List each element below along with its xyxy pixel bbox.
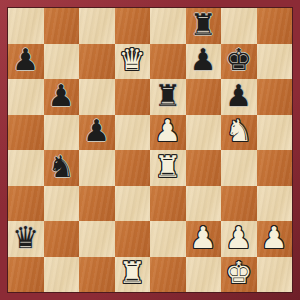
square-h2[interactable]: ♟ [257,221,293,257]
square-b4[interactable]: ♞ [44,150,80,186]
white-rook-e4: ♜ [154,152,181,182]
square-d4[interactable] [115,150,151,186]
square-b2[interactable] [44,221,80,257]
square-e3[interactable] [150,186,186,222]
square-g3[interactable] [221,186,257,222]
square-a7[interactable]: ♟ [8,44,44,80]
square-a3[interactable] [8,186,44,222]
square-f6[interactable] [186,79,222,115]
square-g7[interactable]: ♚ [221,44,257,80]
square-e6[interactable]: ♜ [150,79,186,115]
square-h7[interactable] [257,44,293,80]
square-h1[interactable] [257,257,293,293]
square-c4[interactable] [79,150,115,186]
white-king-g1: ♚ [225,258,252,288]
square-b3[interactable] [44,186,80,222]
square-c8[interactable] [79,8,115,44]
square-d7[interactable]: ♛ [115,44,151,80]
square-a2[interactable]: ♛ [8,221,44,257]
square-c3[interactable] [79,186,115,222]
square-d3[interactable] [115,186,151,222]
black-pawn-f7: ♟ [190,45,217,75]
black-pawn-b6: ♟ [48,81,75,111]
board-frame: ♜♟♛♟♚♟♜♟♟♟♞♞♜♛♟♟♟♜♚ [0,0,300,300]
square-d6[interactable] [115,79,151,115]
black-rook-e6: ♜ [154,81,181,111]
square-h6[interactable] [257,79,293,115]
square-e2[interactable] [150,221,186,257]
square-h5[interactable] [257,115,293,151]
square-f8[interactable]: ♜ [186,8,222,44]
square-h3[interactable] [257,186,293,222]
square-h8[interactable] [257,8,293,44]
square-e7[interactable] [150,44,186,80]
square-a6[interactable] [8,79,44,115]
square-c5[interactable]: ♟ [79,115,115,151]
square-g8[interactable] [221,8,257,44]
white-pawn-h2: ♟ [261,223,288,253]
square-b1[interactable] [44,257,80,293]
square-d1[interactable]: ♜ [115,257,151,293]
black-rook-f8: ♜ [190,10,217,40]
white-pawn-g2: ♟ [225,223,252,253]
white-knight-g5: ♞ [225,116,252,146]
square-a4[interactable] [8,150,44,186]
square-g5[interactable]: ♞ [221,115,257,151]
square-g6[interactable]: ♟ [221,79,257,115]
square-e8[interactable] [150,8,186,44]
square-e5[interactable]: ♟ [150,115,186,151]
square-a8[interactable] [8,8,44,44]
square-b5[interactable] [44,115,80,151]
square-b6[interactable]: ♟ [44,79,80,115]
square-c2[interactable] [79,221,115,257]
square-e1[interactable] [150,257,186,293]
square-d2[interactable] [115,221,151,257]
white-queen-d7: ♛ [119,45,146,75]
black-king-g7: ♚ [225,45,252,75]
square-e4[interactable]: ♜ [150,150,186,186]
black-pawn-a7: ♟ [12,45,39,75]
square-f2[interactable]: ♟ [186,221,222,257]
white-pawn-e5: ♟ [154,116,181,146]
black-pawn-g6: ♟ [225,81,252,111]
square-b7[interactable] [44,44,80,80]
white-rook-d1: ♜ [119,258,146,288]
black-pawn-c5: ♟ [83,116,110,146]
black-queen-a2: ♛ [12,223,39,253]
square-d5[interactable] [115,115,151,151]
square-b8[interactable] [44,8,80,44]
square-c1[interactable] [79,257,115,293]
black-knight-b4: ♞ [48,152,75,182]
white-pawn-f2: ♟ [190,223,217,253]
square-g2[interactable]: ♟ [221,221,257,257]
square-a5[interactable] [8,115,44,151]
square-g1[interactable]: ♚ [221,257,257,293]
square-c6[interactable] [79,79,115,115]
square-f5[interactable] [186,115,222,151]
square-f7[interactable]: ♟ [186,44,222,80]
square-f4[interactable] [186,150,222,186]
square-f1[interactable] [186,257,222,293]
square-d8[interactable] [115,8,151,44]
square-c7[interactable] [79,44,115,80]
square-h4[interactable] [257,150,293,186]
square-g4[interactable] [221,150,257,186]
square-f3[interactable] [186,186,222,222]
chess-board: ♜♟♛♟♚♟♜♟♟♟♞♞♜♛♟♟♟♜♚ [8,8,292,292]
square-a1[interactable] [8,257,44,293]
